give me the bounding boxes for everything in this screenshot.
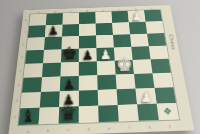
square-d3[interactable] (79, 75, 98, 90)
square-e4[interactable] (97, 61, 116, 76)
brand-text: Chess (168, 34, 177, 50)
piece-white-pawn[interactable]: ♟ (140, 90, 153, 105)
square-f2[interactable] (117, 89, 137, 105)
coordinate-label: e (101, 125, 117, 130)
square-c7[interactable] (62, 24, 79, 37)
coordinate-label: 7 (22, 27, 28, 37)
square-d4[interactable] (79, 61, 97, 76)
square-c8[interactable] (62, 13, 79, 25)
square-h5[interactable] (149, 46, 169, 60)
piece-black-pawn[interactable]: ♟ (47, 24, 58, 37)
file-labels-bottom: abcdefgh (18, 123, 181, 134)
coordinate-label: d (81, 8, 94, 11)
coordinate-label: 3 (15, 79, 21, 91)
square-d8[interactable] (79, 12, 96, 24)
square-g7[interactable] (129, 22, 147, 35)
square-b1[interactable] (39, 107, 60, 124)
square-a1[interactable]: ♝ (19, 108, 40, 125)
square-a3[interactable] (22, 77, 42, 92)
square-g2[interactable]: ♟ (136, 88, 157, 104)
coordinate-label: 6 (20, 39, 26, 49)
piece-black-queen[interactable]: ♛ (59, 104, 77, 124)
coordinate-label: 8 (23, 16, 28, 25)
square-h6[interactable] (147, 33, 166, 46)
coordinate-label: a (32, 10, 45, 13)
coordinate-label: g (129, 7, 142, 10)
square-d5[interactable]: ♟ (79, 48, 97, 62)
square-d1[interactable] (79, 106, 99, 123)
coordinate-label: g (141, 124, 158, 129)
coordinate-label: 5 (19, 52, 25, 63)
piece-black-pawn[interactable]: ♟ (63, 77, 76, 91)
piece-white-king[interactable]: ♚ (116, 56, 133, 75)
piece-black-pawn[interactable]: ♟ (82, 48, 94, 61)
coordinate-label: b (48, 10, 61, 13)
chess-board: ♟♟♚♟♟♚♟♟♟♝♛❖ (19, 10, 179, 125)
square-g3[interactable] (134, 73, 154, 88)
square-g5[interactable] (131, 46, 150, 60)
square-e3[interactable] (97, 75, 116, 90)
square-e1[interactable] (98, 105, 119, 122)
square-b7[interactable]: ♟ (45, 25, 62, 38)
square-c1[interactable]: ♛ (59, 106, 79, 123)
square-e2[interactable] (98, 89, 118, 105)
square-a6[interactable] (27, 37, 45, 50)
square-b5[interactable] (43, 49, 61, 63)
square-c3[interactable]: ♟ (60, 76, 79, 91)
square-d7[interactable] (79, 23, 96, 36)
square-f1[interactable] (118, 104, 139, 121)
square-h4[interactable] (151, 59, 171, 74)
square-b6[interactable] (44, 37, 62, 50)
piece-white-pawn[interactable]: ♟ (100, 48, 112, 61)
square-c4[interactable] (60, 62, 78, 77)
coordinate-label: b (40, 128, 56, 133)
coordinate-label: f (113, 7, 126, 10)
square-h1[interactable]: ❖ (157, 103, 179, 120)
square-a5[interactable] (25, 50, 44, 64)
square-g8[interactable]: ♟ (128, 10, 146, 22)
square-b3[interactable] (41, 77, 60, 92)
square-h2[interactable] (154, 87, 176, 103)
piece-black-king[interactable]: ♚ (61, 44, 78, 62)
square-g1[interactable] (137, 104, 159, 121)
square-b4[interactable] (42, 63, 61, 78)
square-a4[interactable] (24, 63, 43, 78)
square-g6[interactable] (130, 34, 149, 47)
board-tilt-wrapper: abcdefgh abcdefgh 87654321 Chess ♟♟♚♟♟♚♟… (0, 0, 200, 134)
square-h7[interactable] (145, 21, 164, 34)
square-h8[interactable] (144, 10, 162, 22)
coordinate-label: a (20, 128, 37, 133)
coordinate-label: 2 (14, 94, 21, 107)
vinyl-chess-mat: abcdefgh abcdefgh 87654321 Chess ♟♟♚♟♟♚♟… (8, 5, 194, 134)
square-g4[interactable] (133, 59, 153, 74)
coordinate-label: e (97, 8, 110, 11)
coordinate-label: c (60, 127, 76, 132)
square-h3[interactable] (152, 73, 173, 88)
piece-white-pawn[interactable]: ♟ (131, 10, 142, 22)
coordinate-label: 4 (17, 65, 23, 76)
square-f6[interactable] (113, 34, 131, 47)
coordinate-label: f (121, 125, 138, 130)
square-b2[interactable] (40, 91, 60, 107)
square-f7[interactable] (112, 22, 130, 35)
square-f8[interactable] (111, 11, 128, 23)
coordinate-label: d (81, 126, 97, 131)
square-a7[interactable] (28, 25, 46, 38)
brand-logo-icon: ❖ (162, 106, 172, 116)
table-photo-background: abcdefgh abcdefgh 87654321 Chess ♟♟♚♟♟♚♟… (0, 0, 200, 134)
square-e5[interactable]: ♟ (96, 47, 114, 61)
square-d2[interactable] (79, 90, 98, 106)
piece-black-bishop[interactable]: ♝ (20, 108, 36, 125)
coordinate-label: h (161, 123, 178, 128)
coordinate-label: 1 (12, 110, 19, 123)
square-f3[interactable] (116, 74, 136, 89)
square-a8[interactable] (29, 14, 46, 26)
square-e7[interactable] (96, 23, 113, 36)
square-e8[interactable] (95, 12, 112, 24)
square-f4[interactable]: ♚ (115, 60, 134, 75)
coordinate-label: h (145, 6, 158, 9)
coordinate-label: c (65, 9, 78, 12)
square-c5[interactable]: ♚ (61, 49, 79, 63)
